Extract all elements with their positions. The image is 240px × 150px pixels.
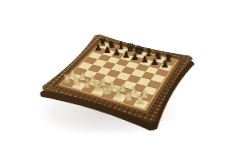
product-photo: ♜♞♝♛♚♝♞♜♟♟♟♟♟♟♟♟♟♟♟♟♟♟♟♟♜♞♝♛♚♝♞♜ — [0, 0, 240, 150]
square-h1[interactable]: ♜ — [133, 99, 149, 109]
